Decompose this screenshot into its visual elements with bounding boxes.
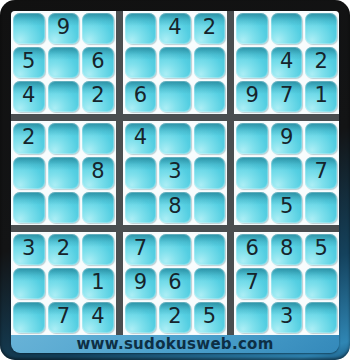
box-1-1: 95642: [11, 11, 116, 114]
cell-r5c6[interactable]: [194, 157, 226, 188]
cell-digit: 2: [22, 127, 35, 148]
cell-r5c3[interactable]: 8: [82, 157, 114, 188]
cell-r5c5[interactable]: 3: [159, 157, 191, 188]
cell-digit: 7: [134, 238, 147, 259]
cell-r4c8[interactable]: 9: [271, 123, 303, 154]
cell-digit: 8: [91, 161, 104, 182]
cell-r4c6[interactable]: [194, 123, 226, 154]
box-1-2: 426: [123, 11, 228, 114]
cell-r2c2[interactable]: [48, 47, 80, 78]
cell-digit: 3: [22, 238, 35, 259]
cell-r2c9[interactable]: 2: [305, 47, 337, 78]
cell-digit: 9: [280, 127, 293, 148]
sudoku-board: 956424264297128438975321747962568573 www…: [0, 0, 350, 360]
cell-r8c7[interactable]: 7: [236, 268, 268, 299]
cell-r5c9[interactable]: 7: [305, 157, 337, 188]
cell-r6c6[interactable]: [194, 192, 226, 223]
cell-r6c5[interactable]: 8: [159, 192, 191, 223]
cell-r6c9[interactable]: [305, 192, 337, 223]
cell-r1c9[interactable]: [305, 13, 337, 44]
box-2-3: 975: [234, 121, 339, 224]
cell-digit: 4: [22, 85, 35, 106]
cell-r6c3[interactable]: [82, 192, 114, 223]
cell-digit: 6: [134, 85, 147, 106]
cell-digit: 8: [168, 196, 181, 217]
cell-r2c4[interactable]: [125, 47, 157, 78]
cell-r9c6[interactable]: 5: [194, 302, 226, 333]
cell-r1c4[interactable]: [125, 13, 157, 44]
cell-r1c2[interactable]: 9: [48, 13, 80, 44]
cell-digit: 6: [168, 272, 181, 293]
cell-r3c8[interactable]: 7: [271, 81, 303, 112]
cell-r8c2[interactable]: [48, 268, 80, 299]
cell-r3c6[interactable]: [194, 81, 226, 112]
cell-r7c1[interactable]: 3: [13, 234, 45, 265]
cell-digit: 7: [315, 161, 328, 182]
cell-digit: 9: [57, 17, 70, 38]
box-2-1: 28: [11, 121, 116, 224]
cell-r9c7[interactable]: [236, 302, 268, 333]
cell-r2c6[interactable]: [194, 47, 226, 78]
cell-r1c5[interactable]: 4: [159, 13, 191, 44]
cell-r2c7[interactable]: [236, 47, 268, 78]
cell-r8c6[interactable]: [194, 268, 226, 299]
cell-digit: 7: [245, 272, 258, 293]
cell-r1c3[interactable]: [82, 13, 114, 44]
cell-digit: 8: [280, 238, 293, 259]
cell-r6c7[interactable]: [236, 192, 268, 223]
cell-digit: 3: [168, 161, 181, 182]
box-1-3: 42971: [234, 11, 339, 114]
cell-r9c4[interactable]: [125, 302, 157, 333]
cell-r7c2[interactable]: 2: [48, 234, 80, 265]
cell-r4c2[interactable]: [48, 123, 80, 154]
cell-r9c8[interactable]: 3: [271, 302, 303, 333]
cell-r6c4[interactable]: [125, 192, 157, 223]
cell-r1c8[interactable]: [271, 13, 303, 44]
cell-r5c4[interactable]: [125, 157, 157, 188]
box-3-1: 32174: [11, 232, 116, 335]
cell-digit: 9: [245, 85, 258, 106]
sudoku-grid: 956424264297128438975321747962568573: [11, 11, 339, 335]
cell-r2c5[interactable]: [159, 47, 191, 78]
cell-r3c9[interactable]: 1: [305, 81, 337, 112]
cell-digit: 4: [91, 306, 104, 327]
cell-r6c8[interactable]: 5: [271, 192, 303, 223]
cell-digit: 2: [315, 51, 328, 72]
cell-digit: 2: [57, 238, 70, 259]
cell-digit: 2: [168, 306, 181, 327]
cell-r4c9[interactable]: [305, 123, 337, 154]
cell-r1c1[interactable]: [13, 13, 45, 44]
cell-digit: 5: [22, 51, 35, 72]
cell-r4c5[interactable]: [159, 123, 191, 154]
cell-r9c1[interactable]: [13, 302, 45, 333]
cell-r5c2[interactable]: [48, 157, 80, 188]
cell-r8c9[interactable]: [305, 268, 337, 299]
cell-r8c3[interactable]: 1: [82, 268, 114, 299]
cell-digit: 2: [203, 17, 216, 38]
cell-r3c4[interactable]: 6: [125, 81, 157, 112]
cell-r6c1[interactable]: [13, 192, 45, 223]
cell-r2c3[interactable]: 6: [82, 47, 114, 78]
cell-r6c2[interactable]: [48, 192, 80, 223]
cell-r4c7[interactable]: [236, 123, 268, 154]
cell-digit: 9: [134, 272, 147, 293]
cell-r3c2[interactable]: [48, 81, 80, 112]
cell-digit: 6: [91, 51, 104, 72]
cell-r5c8[interactable]: [271, 157, 303, 188]
cell-r1c6[interactable]: 2: [194, 13, 226, 44]
cell-r2c8[interactable]: 4: [271, 47, 303, 78]
cell-digit: 4: [134, 127, 147, 148]
cell-r7c4[interactable]: 7: [125, 234, 157, 265]
cell-digit: 1: [315, 85, 328, 106]
cell-r8c5[interactable]: 6: [159, 268, 191, 299]
cell-digit: 2: [91, 85, 104, 106]
cell-r7c6[interactable]: [194, 234, 226, 265]
cell-r9c2[interactable]: 7: [48, 302, 80, 333]
cell-r7c3[interactable]: [82, 234, 114, 265]
cell-r9c3[interactable]: 4: [82, 302, 114, 333]
cell-r3c5[interactable]: [159, 81, 191, 112]
footer: www.sudokusweb.com: [11, 335, 339, 353]
cell-r5c7[interactable]: [236, 157, 268, 188]
site-link[interactable]: www.sudokusweb.com: [76, 335, 273, 353]
board-panel: 956424264297128438975321747962568573 www…: [11, 11, 339, 353]
cell-digit: 5: [203, 306, 216, 327]
cell-r7c7[interactable]: 6: [236, 234, 268, 265]
cell-digit: 4: [168, 17, 181, 38]
cell-r3c7[interactable]: 9: [236, 81, 268, 112]
cell-r9c9[interactable]: [305, 302, 337, 333]
cell-r7c8[interactable]: 8: [271, 234, 303, 265]
cell-r8c1[interactable]: [13, 268, 45, 299]
cell-digit: 4: [280, 51, 293, 72]
cell-digit: 7: [57, 306, 70, 327]
box-2-2: 438: [123, 121, 228, 224]
box-3-2: 79625: [123, 232, 228, 335]
cell-digit: 5: [280, 196, 293, 217]
cell-digit: 6: [245, 238, 258, 259]
cell-r2c1[interactable]: 5: [13, 47, 45, 78]
cell-r8c8[interactable]: [271, 268, 303, 299]
cell-r1c7[interactable]: [236, 13, 268, 44]
cell-digit: 1: [91, 272, 104, 293]
cell-r3c3[interactable]: 2: [82, 81, 114, 112]
box-3-3: 68573: [234, 232, 339, 335]
cell-r7c5[interactable]: [159, 234, 191, 265]
cell-digit: 3: [280, 306, 293, 327]
cell-r4c3[interactable]: [82, 123, 114, 154]
cell-digit: 5: [315, 238, 328, 259]
cell-digit: 7: [280, 85, 293, 106]
cell-r3c1[interactable]: 4: [13, 81, 45, 112]
cell-r7c9[interactable]: 5: [305, 234, 337, 265]
cell-r8c4[interactable]: 9: [125, 268, 157, 299]
cell-r5c1[interactable]: [13, 157, 45, 188]
cell-r4c1[interactable]: 2: [13, 123, 45, 154]
cell-r4c4[interactable]: 4: [125, 123, 157, 154]
cell-r9c5[interactable]: 2: [159, 302, 191, 333]
